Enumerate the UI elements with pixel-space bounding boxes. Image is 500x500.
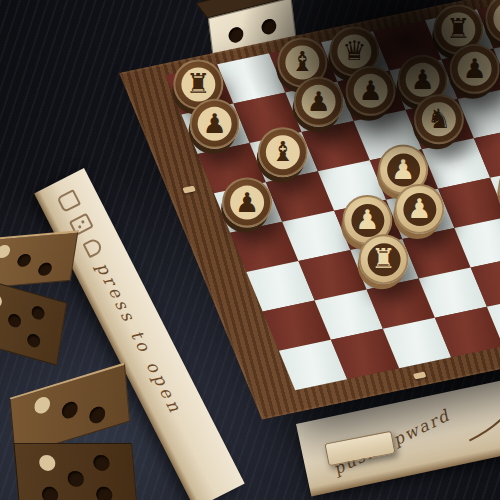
frame-latch-pin <box>182 186 196 194</box>
white-pawn-glyph: ♟ <box>391 155 415 182</box>
disc-window: ♞ <box>422 102 456 136</box>
die-pip <box>7 312 22 328</box>
black-disc: ♟ <box>190 99 240 149</box>
disc-window: ♟ <box>351 203 384 236</box>
die-pip <box>26 333 41 349</box>
disc-window: ♟ <box>302 85 336 119</box>
disc-window: ♝ <box>266 135 300 169</box>
disc-window: ♟ <box>458 52 492 86</box>
die-pip <box>42 487 59 500</box>
black-pawn-glyph: ♟ <box>359 76 383 103</box>
black-disc: ♞ <box>414 94 464 144</box>
die-pip <box>34 395 51 416</box>
die-pip <box>67 471 84 487</box>
disc-window: ♛ <box>337 34 371 68</box>
disc-window: ♟ <box>387 153 420 186</box>
upward-arrow-icon <box>459 395 500 444</box>
die-pip <box>0 244 11 258</box>
die-pip <box>39 455 56 471</box>
black-bishop-glyph: ♝ <box>271 138 295 165</box>
die-pip <box>61 400 78 421</box>
die-pip <box>88 405 105 426</box>
die-pip <box>37 262 52 276</box>
black-disc: ♟ <box>294 77 344 127</box>
die-pip <box>31 304 46 320</box>
black-pawn-glyph: ♟ <box>463 54 487 81</box>
black-bishop-glyph: ♝ <box>290 48 314 75</box>
die-pip <box>92 455 109 471</box>
disc-window: ♟ <box>230 186 264 220</box>
disc-window: ♜ <box>181 67 215 101</box>
die-pip <box>0 292 3 308</box>
wooden-die-bottom[interactable] <box>8 375 137 500</box>
doodle-lock-icon <box>82 237 104 259</box>
die-face-five <box>13 443 138 500</box>
black-disc: ♟ <box>222 178 272 228</box>
black-pawn-glyph: ♟ <box>411 65 435 92</box>
white-disc: ♟ <box>394 184 444 234</box>
black-rook-glyph: ♜ <box>186 70 210 97</box>
black-pawn-glyph: ♟ <box>235 188 259 215</box>
die-pip <box>95 487 112 500</box>
doodle-cup-icon <box>57 189 82 213</box>
die-face-three <box>0 230 79 289</box>
die-face-five <box>0 275 67 365</box>
die-pip <box>228 25 244 44</box>
black-rook-glyph: ♜ <box>446 15 470 42</box>
disc-window: ♜ <box>367 243 400 276</box>
black-disc: ♟ <box>450 44 500 94</box>
black-queen-glyph: ♛ <box>342 37 366 64</box>
black-pawn-glyph: ♟ <box>307 87 331 114</box>
disc-window: ♟ <box>354 74 388 108</box>
disc-window: ♚ <box>493 1 500 35</box>
black-knight-glyph: ♞ <box>427 105 451 132</box>
frame-latch-pin <box>413 371 427 379</box>
disc-window: ♟ <box>406 63 440 97</box>
die-pip <box>16 253 31 267</box>
disc-window: ♟ <box>198 107 232 141</box>
disc-window: ♟ <box>403 192 436 225</box>
white-pawn-glyph: ♟ <box>407 194 431 221</box>
scene: press to open push upward ♜♝♛♜♚♟♟♟♟♟♟♝♞♞… <box>0 0 500 500</box>
black-pawn-glyph: ♟ <box>203 109 227 136</box>
disc-window: ♝ <box>285 45 319 79</box>
white-disc: ♜ <box>359 234 409 284</box>
white-rook-glyph: ♜ <box>372 245 396 272</box>
disc-window: ♜ <box>441 12 475 46</box>
white-pawn-glyph: ♟ <box>355 205 379 232</box>
die-pip <box>261 17 277 36</box>
black-disc: ♝ <box>258 127 308 177</box>
black-disc: ♟ <box>346 66 396 116</box>
